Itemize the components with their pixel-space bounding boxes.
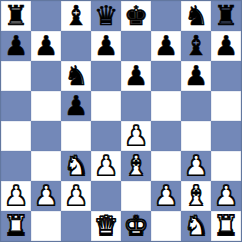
square-c6[interactable]: ♞ xyxy=(61,61,91,91)
piece-white-bishop-g2[interactable]: ♝ xyxy=(184,182,208,209)
square-g4[interactable] xyxy=(181,121,211,151)
square-b8[interactable] xyxy=(31,1,61,31)
piece-white-pawn-h2[interactable]: ♟ xyxy=(214,182,238,209)
square-f1[interactable] xyxy=(151,211,181,241)
square-c8[interactable]: ♝ xyxy=(61,1,91,31)
square-a1[interactable]: ♜ xyxy=(1,211,31,241)
square-g7[interactable]: ♝ xyxy=(181,31,211,61)
square-c1[interactable] xyxy=(61,211,91,241)
square-d5[interactable] xyxy=(91,91,121,121)
piece-black-pawn-h7[interactable]: ♟ xyxy=(214,32,238,59)
square-a3[interactable] xyxy=(1,151,31,181)
square-h5[interactable] xyxy=(211,91,241,121)
square-f7[interactable]: ♟ xyxy=(151,31,181,61)
piece-white-king-e1[interactable]: ♚ xyxy=(124,212,148,239)
piece-white-pawn-a2[interactable]: ♟ xyxy=(4,182,28,209)
piece-black-pawn-a7[interactable]: ♟ xyxy=(4,32,28,59)
piece-white-pawn-f2[interactable]: ♟ xyxy=(154,182,178,209)
square-b2[interactable]: ♟ xyxy=(31,181,61,211)
square-d8[interactable]: ♛ xyxy=(91,1,121,31)
square-d3[interactable]: ♟ xyxy=(91,151,121,181)
square-h2[interactable]: ♟ xyxy=(211,181,241,211)
piece-black-king-e8[interactable]: ♚ xyxy=(124,2,148,29)
square-f8[interactable] xyxy=(151,1,181,31)
square-h1[interactable]: ♜ xyxy=(211,211,241,241)
square-e4[interactable]: ♟ xyxy=(121,121,151,151)
square-f3[interactable] xyxy=(151,151,181,181)
piece-white-pawn-g3[interactable]: ♟ xyxy=(184,152,208,179)
piece-white-pawn-c2[interactable]: ♟ xyxy=(64,182,88,209)
square-h7[interactable]: ♟ xyxy=(211,31,241,61)
piece-white-queen-d1[interactable]: ♛ xyxy=(94,212,118,239)
square-g1[interactable]: ♞ xyxy=(181,211,211,241)
square-e3[interactable]: ♝ xyxy=(121,151,151,181)
square-e8[interactable]: ♚ xyxy=(121,1,151,31)
piece-black-knight-c6[interactable]: ♞ xyxy=(64,62,88,89)
square-f4[interactable] xyxy=(151,121,181,151)
square-e1[interactable]: ♚ xyxy=(121,211,151,241)
square-b6[interactable] xyxy=(31,61,61,91)
piece-black-knight-g8[interactable]: ♞ xyxy=(184,2,208,29)
piece-white-knight-g1[interactable]: ♞ xyxy=(184,212,208,239)
square-a5[interactable] xyxy=(1,91,31,121)
square-d4[interactable] xyxy=(91,121,121,151)
piece-black-bishop-g7[interactable]: ♝ xyxy=(184,32,208,59)
piece-black-rook-h8[interactable]: ♜ xyxy=(214,2,238,29)
square-b4[interactable] xyxy=(31,121,61,151)
square-d2[interactable] xyxy=(91,181,121,211)
square-e6[interactable]: ♟ xyxy=(121,61,151,91)
piece-white-rook-h1[interactable]: ♜ xyxy=(214,212,238,239)
square-g2[interactable]: ♝ xyxy=(181,181,211,211)
square-c3[interactable]: ♞ xyxy=(61,151,91,181)
square-h6[interactable] xyxy=(211,61,241,91)
piece-black-pawn-d7[interactable]: ♟ xyxy=(94,32,118,59)
square-h4[interactable] xyxy=(211,121,241,151)
square-h3[interactable] xyxy=(211,151,241,181)
square-d6[interactable] xyxy=(91,61,121,91)
piece-black-bishop-c8[interactable]: ♝ xyxy=(64,2,88,29)
square-a2[interactable]: ♟ xyxy=(1,181,31,211)
square-d7[interactable]: ♟ xyxy=(91,31,121,61)
square-d1[interactable]: ♛ xyxy=(91,211,121,241)
square-h8[interactable]: ♜ xyxy=(211,1,241,31)
piece-black-pawn-f7[interactable]: ♟ xyxy=(154,32,178,59)
square-a4[interactable] xyxy=(1,121,31,151)
chess-board-container: ♜♝♛♚♞♜♟♟♟♟♝♟♞♟♟♟♟♞♟♝♟♟♟♟♟♝♟♜♛♚♞♜ xyxy=(0,0,242,242)
piece-white-pawn-b2[interactable]: ♟ xyxy=(34,182,58,209)
square-g6[interactable]: ♟ xyxy=(181,61,211,91)
piece-white-knight-c3[interactable]: ♞ xyxy=(64,152,88,179)
square-g3[interactable]: ♟ xyxy=(181,151,211,181)
square-c2[interactable]: ♟ xyxy=(61,181,91,211)
square-b5[interactable] xyxy=(31,91,61,121)
square-b7[interactable]: ♟ xyxy=(31,31,61,61)
piece-black-pawn-g6[interactable]: ♟ xyxy=(184,62,208,89)
piece-black-pawn-c5[interactable]: ♟ xyxy=(64,92,88,119)
square-e5[interactable] xyxy=(121,91,151,121)
piece-white-pawn-e4[interactable]: ♟ xyxy=(124,122,148,149)
chess-board: ♜♝♛♚♞♜♟♟♟♟♝♟♞♟♟♟♟♞♟♝♟♟♟♟♟♝♟♜♛♚♞♜ xyxy=(0,0,242,242)
piece-black-rook-a8[interactable]: ♜ xyxy=(4,2,28,29)
piece-black-queen-d8[interactable]: ♛ xyxy=(94,2,118,29)
square-f5[interactable] xyxy=(151,91,181,121)
square-g8[interactable]: ♞ xyxy=(181,1,211,31)
square-b1[interactable] xyxy=(31,211,61,241)
piece-white-pawn-d3[interactable]: ♟ xyxy=(94,152,118,179)
piece-black-pawn-e6[interactable]: ♟ xyxy=(124,62,148,89)
square-e2[interactable] xyxy=(121,181,151,211)
piece-white-rook-a1[interactable]: ♜ xyxy=(4,212,28,239)
square-a7[interactable]: ♟ xyxy=(1,31,31,61)
piece-black-pawn-b7[interactable]: ♟ xyxy=(34,32,58,59)
square-f6[interactable] xyxy=(151,61,181,91)
square-g5[interactable] xyxy=(181,91,211,121)
square-c5[interactable]: ♟ xyxy=(61,91,91,121)
piece-white-bishop-e3[interactable]: ♝ xyxy=(124,152,148,179)
square-c4[interactable] xyxy=(61,121,91,151)
square-f2[interactable]: ♟ xyxy=(151,181,181,211)
square-e7[interactable] xyxy=(121,31,151,61)
square-a6[interactable] xyxy=(1,61,31,91)
square-b3[interactable] xyxy=(31,151,61,181)
square-c7[interactable] xyxy=(61,31,91,61)
square-a8[interactable]: ♜ xyxy=(1,1,31,31)
